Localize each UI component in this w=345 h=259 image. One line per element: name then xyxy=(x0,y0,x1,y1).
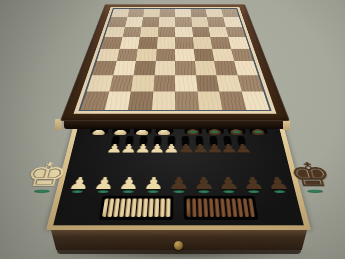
board-square-light xyxy=(193,37,212,48)
drawer-maple-rim: ♟♟♟♟♟♟♟♟♟♟ ♚♟♟♟♟♟♟♟♟♟♚ xyxy=(46,120,311,230)
dark-checker-disc xyxy=(197,198,203,217)
board-square-light xyxy=(223,17,242,26)
pawn-slot: ♟ xyxy=(166,136,177,153)
board-walnut-frame xyxy=(60,4,290,121)
black-pawn-slot: ♟ xyxy=(192,175,214,193)
board-square-light xyxy=(234,61,258,75)
white-king-slot: ♚ xyxy=(20,159,72,193)
pawn-slot: ♟ xyxy=(137,136,149,153)
light-checker-disc xyxy=(154,198,160,217)
board-square-dark xyxy=(225,27,245,37)
board-square-light xyxy=(143,9,160,18)
front-piece-row: ♚♟♟♟♟♟♟♟♟♟♚ xyxy=(71,153,287,193)
board-square-light xyxy=(131,75,154,91)
board-square-dark xyxy=(141,17,159,26)
white-stored-piece-top xyxy=(114,130,127,135)
white-king: ♚ xyxy=(20,159,71,191)
board-square-light xyxy=(156,37,175,48)
white-pawn: ♟ xyxy=(67,175,92,192)
white-pawn: ♟ xyxy=(92,175,116,192)
board-square-dark xyxy=(175,61,196,75)
white-pawn-slot: ♟ xyxy=(142,175,164,193)
black-pawn-slot: ♟ xyxy=(217,175,240,193)
board-pinstripe-border xyxy=(78,8,271,111)
white-stored-piece-top xyxy=(158,130,170,135)
board-square-dark xyxy=(221,9,239,18)
green-felt-base xyxy=(148,190,159,193)
light-checker-disc xyxy=(160,198,165,217)
board-square-dark xyxy=(157,27,175,37)
board-square-dark xyxy=(133,61,155,75)
board-square-dark xyxy=(122,27,141,37)
black-pawn: ♟ xyxy=(168,175,190,192)
board-square-dark xyxy=(192,27,210,37)
pawn-slot: ♟ xyxy=(208,136,220,153)
board-inner-margin xyxy=(74,7,277,114)
pawn-slot: ♟ xyxy=(222,136,235,153)
pawn-slot: ♟ xyxy=(180,136,191,153)
board-square-light xyxy=(154,61,175,75)
board-square-light xyxy=(158,17,175,26)
pawn-row: ♟♟♟♟♟♟♟♟♟♟ xyxy=(80,136,277,153)
dark-checker-disc xyxy=(191,198,196,217)
white-stored-piece-top xyxy=(136,130,149,135)
checkers-row xyxy=(64,196,293,223)
board-square-dark xyxy=(196,75,219,91)
black-king: ♚ xyxy=(286,159,337,191)
board-square-light xyxy=(228,37,249,48)
board-square-light xyxy=(191,17,209,26)
chess-board xyxy=(60,4,290,121)
green-felt-base xyxy=(97,190,109,193)
board-square-light xyxy=(197,92,222,110)
board-square-dark xyxy=(155,48,175,61)
green-felt-base xyxy=(173,190,184,193)
white-pawn: ♟ xyxy=(117,175,140,192)
board-square-dark xyxy=(127,9,144,18)
black-stored-piece-top xyxy=(208,129,221,135)
black-pawn: ♟ xyxy=(241,175,265,192)
black-stored-piece-top xyxy=(252,129,265,135)
black-king-slot: ♚ xyxy=(286,159,338,193)
board-square-light xyxy=(119,37,139,48)
black-pawn: ♟ xyxy=(192,175,214,192)
board-square-dark xyxy=(153,75,175,91)
drawer-base-strip xyxy=(57,250,301,254)
white-pawn: ♟ xyxy=(143,175,165,192)
dark-checkers-channel xyxy=(184,196,259,220)
green-felt-base xyxy=(198,190,209,193)
board-square-light xyxy=(241,92,269,110)
board-square-dark xyxy=(175,17,192,26)
pawn-slot: ♟ xyxy=(151,136,163,153)
board-square-light xyxy=(125,17,143,26)
pawn-slot: ♟ xyxy=(194,136,206,153)
white-pawn-slot: ♟ xyxy=(67,175,92,193)
board-square-dark xyxy=(159,9,175,18)
green-felt-base xyxy=(274,190,286,193)
black-pawn-slot: ♟ xyxy=(241,175,265,193)
board-square-dark xyxy=(138,37,157,48)
board-grid xyxy=(81,9,270,110)
green-felt-base xyxy=(72,190,84,193)
light-checkers-channel xyxy=(99,196,174,220)
board-square-light xyxy=(113,61,136,75)
green-felt-base xyxy=(122,190,133,193)
dark-checker-disc xyxy=(186,198,190,217)
drawer-knob xyxy=(174,241,183,250)
white-stored-piece-top xyxy=(92,130,105,135)
chess-set-photo: ♟♟♟♟♟♟♟♟♟♟ ♚♟♟♟♟♟♟♟♟♟♚ xyxy=(0,0,345,259)
board-square-light xyxy=(175,75,197,91)
pawn-slot: ♟ xyxy=(235,136,248,153)
black-pawn-slot: ♟ xyxy=(168,175,190,193)
board-square-dark xyxy=(128,92,153,110)
green-felt-base xyxy=(307,190,324,193)
board-square-dark xyxy=(231,48,254,61)
black-pawn: ♟ xyxy=(234,143,252,155)
green-felt-base xyxy=(33,190,50,193)
black-pawn-slot: ♟ xyxy=(265,175,290,193)
green-felt-base xyxy=(223,190,234,193)
drawer-foam-insert: ♟♟♟♟♟♟♟♟♟♟ ♚♟♟♟♟♟♟♟♟♟♚ xyxy=(53,123,304,226)
board-square-dark xyxy=(194,48,215,61)
black-pawn: ♟ xyxy=(217,175,240,192)
board-square-dark xyxy=(190,9,207,18)
black-pawn: ♟ xyxy=(265,175,290,192)
board-square-light xyxy=(104,92,131,110)
board-square-light xyxy=(151,92,175,110)
board-square-dark xyxy=(175,92,199,110)
board-square-light xyxy=(175,9,191,18)
board-square-light xyxy=(140,27,158,37)
board-square-dark xyxy=(116,48,138,61)
board-square-dark xyxy=(109,75,134,91)
board-square-dark xyxy=(237,75,263,91)
black-stored-piece-top xyxy=(230,129,243,135)
black-stored-piece-top xyxy=(187,129,199,135)
green-felt-base xyxy=(248,190,260,193)
light-checker-disc xyxy=(165,198,170,217)
board-square-dark xyxy=(175,37,194,48)
board-square-light xyxy=(195,61,217,75)
board-square-light xyxy=(136,48,157,61)
white-pawn-slot: ♟ xyxy=(117,175,140,193)
board-square-light xyxy=(175,48,195,61)
board-square-light xyxy=(175,27,193,37)
storage-drawer: ♟♟♟♟♟♟♟♟♟♟ ♚♟♟♟♟♟♟♟♟♟♚ xyxy=(46,120,311,230)
white-pawn-slot: ♟ xyxy=(92,175,116,193)
